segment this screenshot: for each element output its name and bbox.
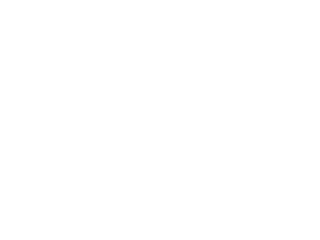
chess-board — [0, 0, 200, 200]
